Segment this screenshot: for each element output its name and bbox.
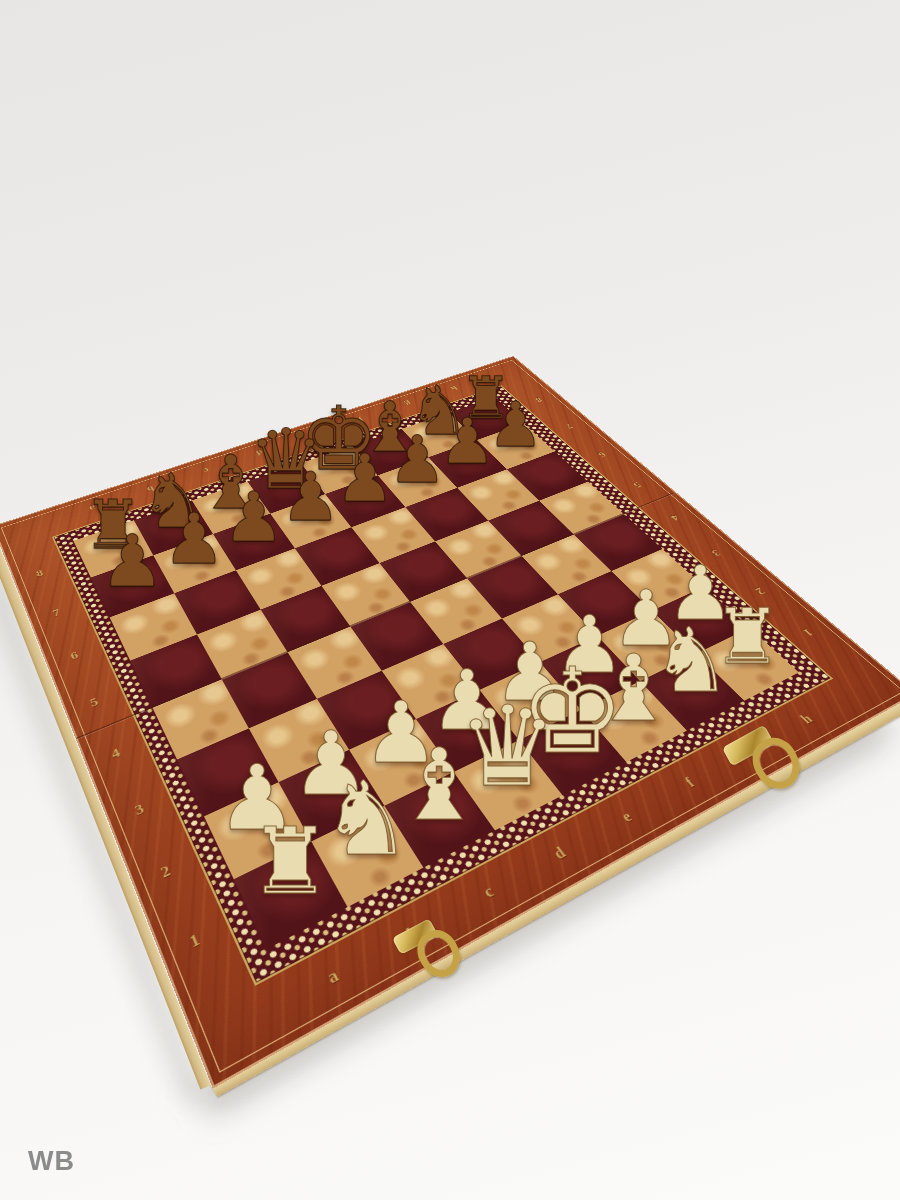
wb-watermark: WB — [28, 1146, 75, 1177]
product-photo-scene: 8877665544332211aabbccddeeffgghh ♜♞♝♛♚♝♞… — [0, 0, 900, 1200]
chess-board: 8877665544332211aabbccddeeffgghh — [73, 397, 798, 949]
